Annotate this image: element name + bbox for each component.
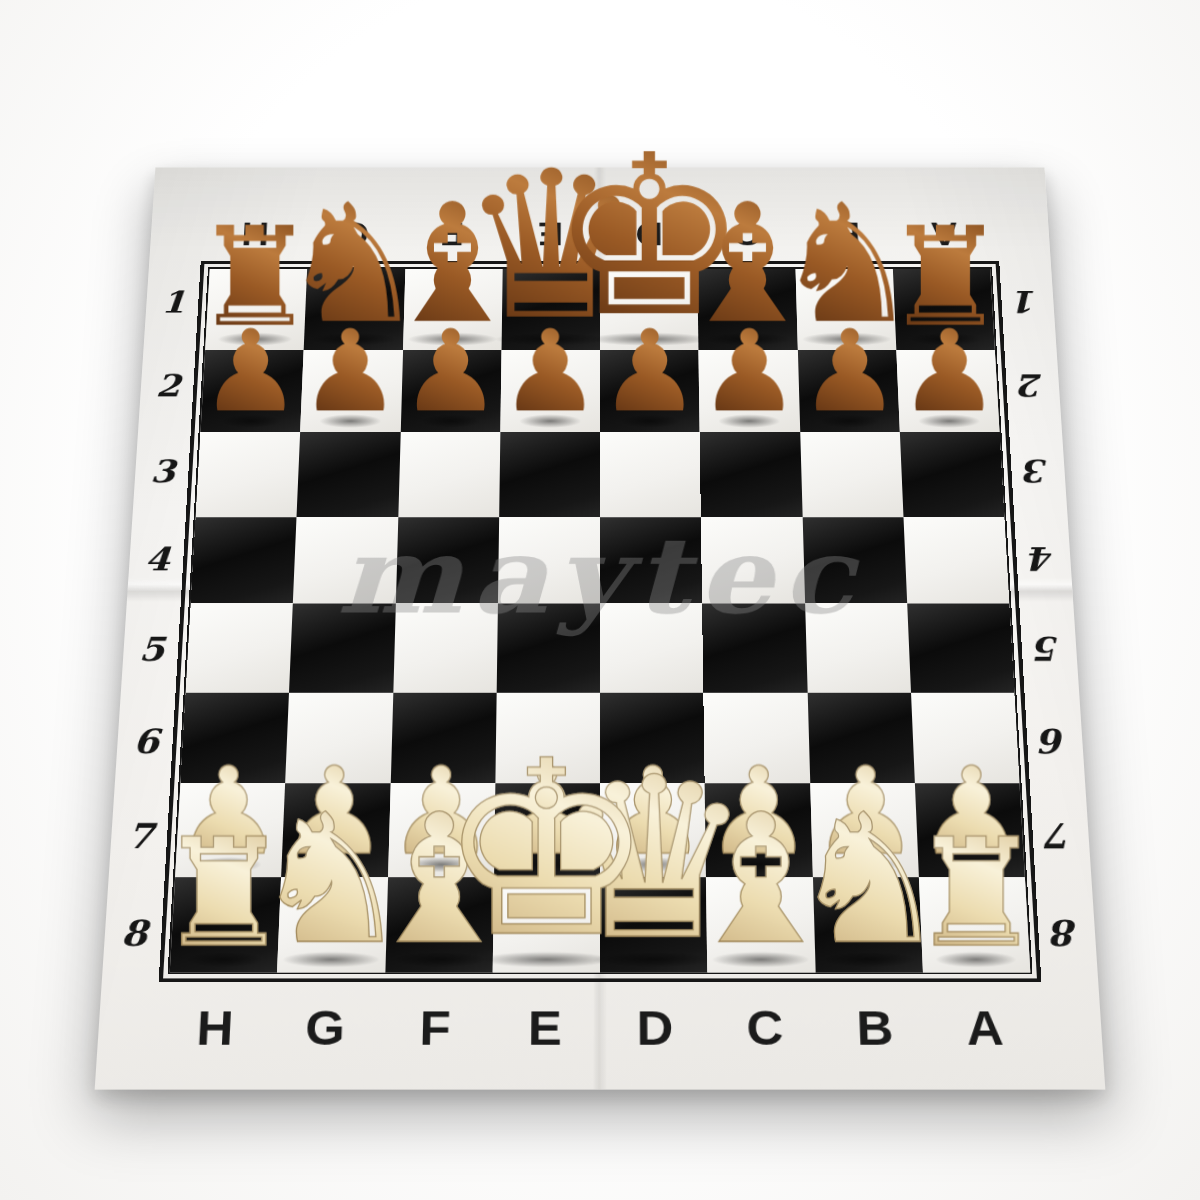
- dark-pawn-e2[interactable]: ♟: [499, 318, 600, 426]
- file-label-top-b: B: [796, 212, 896, 256]
- dark-pawn-c2[interactable]: ♟: [699, 318, 800, 426]
- rank-label-left-2: 2: [143, 343, 193, 428]
- square-g5[interactable]: [289, 603, 395, 692]
- square-b2[interactable]: ♟: [797, 350, 899, 433]
- file-label-top-e: E: [501, 212, 600, 256]
- square-e8[interactable]: ♚: [492, 877, 600, 973]
- rank-label-left-5: 5: [126, 603, 178, 694]
- light-knight-b8[interactable]: ♞: [789, 795, 949, 965]
- square-a4[interactable]: [903, 517, 1009, 604]
- rank-label-right-4: 4: [1017, 515, 1068, 604]
- file-label-top-f: F: [402, 212, 501, 256]
- rank-label-right-5: 5: [1022, 603, 1074, 694]
- square-a2[interactable]: ♟: [896, 350, 999, 433]
- pawn-icon: ♟: [799, 318, 900, 426]
- dark-pawn-d2[interactable]: ♟: [599, 318, 700, 426]
- square-d3[interactable]: [600, 432, 701, 517]
- rank-label-left-1: 1: [149, 261, 198, 344]
- square-f2[interactable]: ♟: [400, 350, 501, 433]
- square-b4[interactable]: [802, 517, 907, 604]
- file-label-bottom-a: A: [928, 988, 1042, 1067]
- square-c4[interactable]: [701, 517, 805, 604]
- pawn-icon: ♟: [499, 318, 600, 426]
- file-label-bottom-c: C: [709, 988, 821, 1067]
- square-a5[interactable]: [907, 603, 1014, 692]
- square-d5[interactable]: [600, 603, 704, 692]
- file-label-top-a: A: [894, 212, 995, 256]
- pawn-icon: ♟: [300, 318, 401, 426]
- file-label-top-d: D: [600, 212, 699, 256]
- file-label-bottom-e: E: [489, 988, 600, 1067]
- rank-label-left-6: 6: [120, 695, 173, 788]
- dark-pawn-h2[interactable]: ♟: [200, 318, 301, 426]
- rank-label-right-6: 6: [1028, 695, 1081, 788]
- square-c2[interactable]: ♟: [699, 350, 800, 433]
- square-b3[interactable]: [800, 432, 903, 517]
- square-g3[interactable]: [297, 432, 400, 517]
- dark-pawn-f2[interactable]: ♟: [400, 318, 501, 426]
- square-c5[interactable]: [702, 603, 807, 692]
- file-labels-top: HGFEDCBA: [205, 212, 995, 256]
- square-h3[interactable]: [196, 432, 301, 517]
- square-d4[interactable]: [600, 517, 702, 604]
- dark-pawn-g2[interactable]: ♟: [300, 318, 401, 426]
- rank-label-right-3: 3: [1012, 428, 1063, 515]
- board: ♜♞♝♛♚♝♞♜♟♟♟♟♟♟♟♟♟♟♟♟♟♟♟♟♜♞♝♚♛♝♞♜: [170, 269, 1031, 973]
- pawn-icon: ♟: [898, 318, 999, 426]
- photo-background: HGFEDCBA 12345678 12345678 HGFEDCBA ♜♞♝♛…: [0, 0, 1200, 1200]
- square-a3[interactable]: [900, 432, 1005, 517]
- pawn-icon: ♟: [200, 318, 301, 426]
- file-label-top-g: G: [304, 212, 404, 256]
- dark-pawn-b2[interactable]: ♟: [799, 318, 900, 426]
- board-frame-outer: ♜♞♝♛♚♝♞♜♟♟♟♟♟♟♟♟♟♟♟♟♟♟♟♟♜♞♝♚♛♝♞♜ maytec: [159, 261, 1042, 983]
- king-icon: ♚: [438, 735, 655, 965]
- square-h4[interactable]: [191, 517, 297, 604]
- rank-label-left-8: 8: [107, 884, 161, 982]
- rank-label-left-4: 4: [132, 515, 183, 604]
- square-f5[interactable]: [393, 603, 498, 692]
- rank-label-left-3: 3: [138, 428, 189, 515]
- square-h2[interactable]: ♟: [201, 350, 304, 433]
- square-e5[interactable]: [496, 603, 600, 692]
- file-label-top-h: H: [205, 212, 306, 256]
- square-e3[interactable]: [499, 432, 600, 517]
- file-labels-bottom: HGFEDCBA: [158, 988, 1042, 1067]
- square-d2[interactable]: ♟: [600, 350, 700, 433]
- square-e4[interactable]: [498, 517, 600, 604]
- pawn-icon: ♟: [599, 318, 700, 426]
- square-h5[interactable]: [186, 603, 293, 692]
- file-label-bottom-b: B: [819, 988, 932, 1067]
- rank-label-right-1: 1: [1002, 261, 1051, 344]
- file-label-bottom-f: F: [379, 988, 491, 1067]
- file-label-bottom-h: H: [158, 988, 272, 1067]
- dark-pawn-a2[interactable]: ♟: [898, 318, 999, 426]
- knight-icon: ♞: [789, 795, 949, 965]
- light-king-e8[interactable]: ♚: [438, 735, 655, 965]
- file-label-bottom-d: D: [600, 988, 711, 1067]
- pawn-icon: ♟: [400, 318, 501, 426]
- square-f4[interactable]: [395, 517, 499, 604]
- pawn-icon: ♟: [699, 318, 800, 426]
- rank-label-right-8: 8: [1039, 884, 1093, 982]
- square-e2[interactable]: ♟: [500, 350, 600, 433]
- square-c3[interactable]: [700, 432, 802, 517]
- vinyl-chessboard-mat: HGFEDCBA 12345678 12345678 HGFEDCBA ♜♞♝♛…: [95, 167, 1106, 1089]
- square-b5[interactable]: [805, 603, 911, 692]
- file-label-top-c: C: [698, 212, 797, 256]
- board-frame-inner: ♜♞♝♛♚♝♞♜♟♟♟♟♟♟♟♟♟♟♟♟♟♟♟♟♜♞♝♚♛♝♞♜ maytec: [167, 267, 1032, 974]
- square-g4[interactable]: [293, 517, 398, 604]
- square-g2[interactable]: ♟: [300, 350, 402, 433]
- square-b8[interactable]: ♞: [812, 877, 922, 973]
- rank-label-right-2: 2: [1007, 343, 1057, 428]
- file-label-bottom-g: G: [268, 988, 381, 1067]
- square-f3[interactable]: [398, 432, 500, 517]
